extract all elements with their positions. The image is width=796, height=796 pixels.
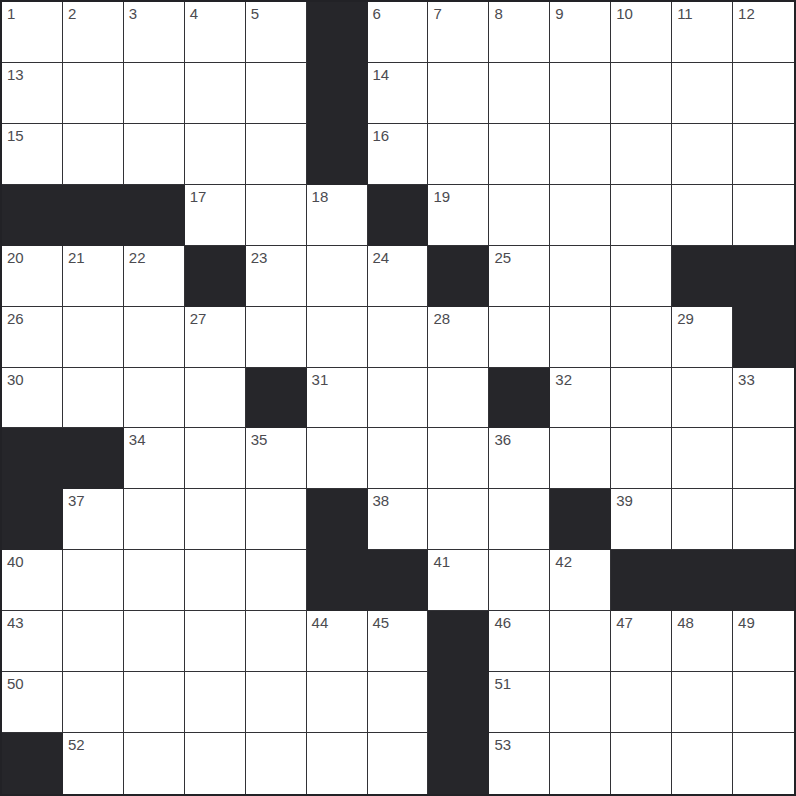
- clue-number-34: 34: [129, 432, 146, 447]
- clue-number-15: 15: [7, 128, 24, 143]
- cell-r13-c2[interactable]: 52: [63, 733, 124, 794]
- cell-r13-c12[interactable]: [672, 733, 733, 794]
- cell-r7-c3[interactable]: [124, 368, 185, 429]
- cell-r3-c9[interactable]: [489, 124, 550, 185]
- clue-number-48: 48: [677, 615, 694, 630]
- cell-r4-c4[interactable]: 17: [185, 185, 246, 246]
- cell-r1-c11[interactable]: 10: [611, 2, 672, 63]
- cell-r12-c9[interactable]: 51: [489, 672, 550, 733]
- cell-r6-c12[interactable]: 29: [672, 307, 733, 368]
- cell-r3-c13[interactable]: [733, 124, 794, 185]
- clue-number-52: 52: [68, 737, 85, 752]
- black-cell-r10-c12: [672, 550, 733, 611]
- cell-r11-c3[interactable]: [124, 611, 185, 672]
- cell-r11-c11[interactable]: 47: [611, 611, 672, 672]
- cell-r8-c12[interactable]: [672, 428, 733, 489]
- black-cell-r9-c1: [2, 489, 63, 550]
- cell-r6-c2[interactable]: [63, 307, 124, 368]
- cell-r6-c10[interactable]: [550, 307, 611, 368]
- cell-r12-c5[interactable]: [246, 672, 307, 733]
- clue-number-39: 39: [616, 493, 633, 508]
- black-cell-r7-c9: [489, 368, 550, 429]
- cell-r13-c11[interactable]: [611, 733, 672, 794]
- clue-number-13: 13: [7, 67, 24, 82]
- cell-r12-c4[interactable]: [185, 672, 246, 733]
- cell-r13-c13[interactable]: [733, 733, 794, 794]
- clue-number-42: 42: [555, 554, 572, 569]
- cell-r7-c7[interactable]: [368, 368, 429, 429]
- cell-r5-c9[interactable]: 25: [489, 246, 550, 307]
- clue-number-30: 30: [7, 372, 24, 387]
- black-cell-r10-c13: [733, 550, 794, 611]
- clue-number-43: 43: [7, 615, 24, 630]
- clue-number-23: 23: [251, 250, 268, 265]
- cell-r10-c8[interactable]: 41: [428, 550, 489, 611]
- cell-r8-c9[interactable]: 36: [489, 428, 550, 489]
- cell-r11-c9[interactable]: 46: [489, 611, 550, 672]
- cell-r13-c5[interactable]: [246, 733, 307, 794]
- cell-r8-c10[interactable]: [550, 428, 611, 489]
- cell-r2-c13[interactable]: [733, 63, 794, 124]
- cell-r4-c9[interactable]: [489, 185, 550, 246]
- cell-r1-c9[interactable]: 8: [489, 2, 550, 63]
- cell-r2-c7[interactable]: 14: [368, 63, 429, 124]
- cell-r4-c6[interactable]: 18: [307, 185, 368, 246]
- cell-r9-c9[interactable]: [489, 489, 550, 550]
- cell-r5-c6[interactable]: [307, 246, 368, 307]
- cell-r1-c13[interactable]: 12: [733, 2, 794, 63]
- cell-r8-c5[interactable]: 35: [246, 428, 307, 489]
- cell-r12-c2[interactable]: [63, 672, 124, 733]
- clue-number-31: 31: [312, 372, 329, 387]
- clue-number-38: 38: [373, 493, 390, 508]
- cell-r3-c7[interactable]: 16: [368, 124, 429, 185]
- crossword-grid: 1234567891011121314151617181920212223242…: [0, 0, 796, 796]
- black-cell-r9-c6: [307, 489, 368, 550]
- cell-r3-c3[interactable]: [124, 124, 185, 185]
- clue-number-35: 35: [251, 432, 268, 447]
- cell-r11-c12[interactable]: 48: [672, 611, 733, 672]
- clue-number-8: 8: [494, 6, 502, 21]
- cell-r10-c9[interactable]: [489, 550, 550, 611]
- cell-r4-c8[interactable]: 19: [428, 185, 489, 246]
- cell-r7-c8[interactable]: [428, 368, 489, 429]
- cell-r7-c11[interactable]: [611, 368, 672, 429]
- cell-r9-c13[interactable]: [733, 489, 794, 550]
- clue-number-6: 6: [373, 6, 381, 21]
- clue-number-21: 21: [68, 250, 85, 265]
- cell-r13-c6[interactable]: [307, 733, 368, 794]
- cell-r9-c3[interactable]: [124, 489, 185, 550]
- cell-r9-c8[interactable]: [428, 489, 489, 550]
- cell-r10-c2[interactable]: [63, 550, 124, 611]
- cell-r2-c12[interactable]: [672, 63, 733, 124]
- cell-r11-c10[interactable]: [550, 611, 611, 672]
- black-cell-r4-c3: [124, 185, 185, 246]
- cell-r12-c3[interactable]: [124, 672, 185, 733]
- cell-r6-c11[interactable]: [611, 307, 672, 368]
- clue-number-33: 33: [738, 372, 755, 387]
- clue-number-4: 4: [190, 6, 198, 21]
- cell-r3-c11[interactable]: [611, 124, 672, 185]
- cell-r9-c2[interactable]: 37: [63, 489, 124, 550]
- cell-r1-c5[interactable]: 5: [246, 2, 307, 63]
- cell-r2-c3[interactable]: [124, 63, 185, 124]
- black-cell-r5-c13: [733, 246, 794, 307]
- cell-r9-c11[interactable]: 39: [611, 489, 672, 550]
- black-cell-r8-c1: [2, 428, 63, 489]
- cell-r5-c11[interactable]: [611, 246, 672, 307]
- cell-r7-c4[interactable]: [185, 368, 246, 429]
- black-cell-r3-c6: [307, 124, 368, 185]
- cell-r5-c5[interactable]: 23: [246, 246, 307, 307]
- clue-number-47: 47: [616, 615, 633, 630]
- cell-r6-c1[interactable]: 26: [2, 307, 63, 368]
- cell-r9-c12[interactable]: [672, 489, 733, 550]
- cell-r3-c8[interactable]: [428, 124, 489, 185]
- clue-number-53: 53: [494, 737, 511, 752]
- cell-r2-c11[interactable]: [611, 63, 672, 124]
- black-cell-r6-c13: [733, 307, 794, 368]
- clue-number-24: 24: [373, 250, 390, 265]
- cell-r12-c6[interactable]: [307, 672, 368, 733]
- cell-r3-c5[interactable]: [246, 124, 307, 185]
- cell-r8-c8[interactable]: [428, 428, 489, 489]
- cell-r1-c12[interactable]: 11: [672, 2, 733, 63]
- black-cell-r2-c6: [307, 63, 368, 124]
- cell-r2-c5[interactable]: [246, 63, 307, 124]
- cell-r2-c10[interactable]: [550, 63, 611, 124]
- black-cell-r11-c8: [428, 611, 489, 672]
- cell-r8-c11[interactable]: [611, 428, 672, 489]
- cell-r7-c6[interactable]: 31: [307, 368, 368, 429]
- cell-r5-c2[interactable]: 21: [63, 246, 124, 307]
- clue-number-2: 2: [68, 6, 76, 21]
- cell-r12-c1[interactable]: 50: [2, 672, 63, 733]
- black-cell-r7-c5: [246, 368, 307, 429]
- cell-r4-c10[interactable]: [550, 185, 611, 246]
- cell-r6-c4[interactable]: 27: [185, 307, 246, 368]
- clue-number-51: 51: [494, 676, 511, 691]
- clue-number-22: 22: [129, 250, 146, 265]
- cell-r13-c4[interactable]: [185, 733, 246, 794]
- cell-r3-c10[interactable]: [550, 124, 611, 185]
- cell-r5-c3[interactable]: 22: [124, 246, 185, 307]
- cell-r8-c13[interactable]: [733, 428, 794, 489]
- cell-r1-c8[interactable]: 7: [428, 2, 489, 63]
- cell-r8-c7[interactable]: [368, 428, 429, 489]
- cell-r11-c6[interactable]: 44: [307, 611, 368, 672]
- cell-r3-c2[interactable]: [63, 124, 124, 185]
- clue-number-41: 41: [433, 554, 450, 569]
- clue-number-12: 12: [738, 6, 755, 21]
- black-cell-r10-c6: [307, 550, 368, 611]
- cell-r7-c2[interactable]: [63, 368, 124, 429]
- cell-r4-c13[interactable]: [733, 185, 794, 246]
- cell-r12-c12[interactable]: [672, 672, 733, 733]
- black-cell-r1-c6: [307, 2, 368, 63]
- cell-r9-c4[interactable]: [185, 489, 246, 550]
- cell-r5-c10[interactable]: [550, 246, 611, 307]
- cell-r3-c12[interactable]: [672, 124, 733, 185]
- black-cell-r13-c8: [428, 733, 489, 794]
- cell-r4-c12[interactable]: [672, 185, 733, 246]
- cell-r5-c1[interactable]: 20: [2, 246, 63, 307]
- black-cell-r5-c12: [672, 246, 733, 307]
- cell-r3-c4[interactable]: [185, 124, 246, 185]
- cell-r6-c6[interactable]: [307, 307, 368, 368]
- cell-r9-c7[interactable]: 38: [368, 489, 429, 550]
- black-cell-r10-c7: [368, 550, 429, 611]
- clue-number-26: 26: [7, 311, 24, 326]
- cell-r8-c3[interactable]: 34: [124, 428, 185, 489]
- cell-r8-c6[interactable]: [307, 428, 368, 489]
- clue-number-3: 3: [129, 6, 137, 21]
- clue-number-10: 10: [616, 6, 633, 21]
- cell-r13-c10[interactable]: [550, 733, 611, 794]
- clue-number-18: 18: [312, 189, 329, 204]
- cell-r11-c4[interactable]: [185, 611, 246, 672]
- black-cell-r4-c2: [63, 185, 124, 246]
- clue-number-36: 36: [494, 432, 511, 447]
- clue-number-1: 1: [7, 6, 15, 21]
- cell-r1-c2[interactable]: 2: [63, 2, 124, 63]
- black-cell-r10-c11: [611, 550, 672, 611]
- cell-r2-c2[interactable]: [63, 63, 124, 124]
- cell-r12-c13[interactable]: [733, 672, 794, 733]
- black-cell-r5-c8: [428, 246, 489, 307]
- cell-r7-c10[interactable]: 32: [550, 368, 611, 429]
- cell-r11-c2[interactable]: [63, 611, 124, 672]
- cell-r10-c1[interactable]: 40: [2, 550, 63, 611]
- black-cell-r5-c4: [185, 246, 246, 307]
- cell-r12-c11[interactable]: [611, 672, 672, 733]
- clue-number-20: 20: [7, 250, 24, 265]
- clue-number-19: 19: [433, 189, 450, 204]
- cell-r11-c5[interactable]: [246, 611, 307, 672]
- cell-r2-c1[interactable]: 13: [2, 63, 63, 124]
- cell-r8-c4[interactable]: [185, 428, 246, 489]
- cell-r13-c7[interactable]: [368, 733, 429, 794]
- cell-r2-c8[interactable]: [428, 63, 489, 124]
- cell-r7-c12[interactable]: [672, 368, 733, 429]
- cell-r7-c13[interactable]: 33: [733, 368, 794, 429]
- cell-r9-c5[interactable]: [246, 489, 307, 550]
- clue-number-16: 16: [373, 128, 390, 143]
- cell-r1-c4[interactable]: 4: [185, 2, 246, 63]
- black-cell-r12-c8: [428, 672, 489, 733]
- clue-number-29: 29: [677, 311, 694, 326]
- clue-number-14: 14: [373, 67, 390, 82]
- clue-number-40: 40: [7, 554, 24, 569]
- black-cell-r13-c1: [2, 733, 63, 794]
- black-cell-r8-c2: [63, 428, 124, 489]
- clue-number-5: 5: [251, 6, 259, 21]
- cell-r1-c7[interactable]: 6: [368, 2, 429, 63]
- cell-r10-c5[interactable]: [246, 550, 307, 611]
- clue-number-11: 11: [677, 6, 693, 21]
- cell-r6-c9[interactable]: [489, 307, 550, 368]
- clue-number-49: 49: [738, 615, 755, 630]
- cell-r10-c10[interactable]: 42: [550, 550, 611, 611]
- cell-r5-c7[interactable]: 24: [368, 246, 429, 307]
- clue-number-37: 37: [68, 493, 85, 508]
- cell-r6-c7[interactable]: [368, 307, 429, 368]
- cell-r4-c5[interactable]: [246, 185, 307, 246]
- cell-r7-c1[interactable]: 30: [2, 368, 63, 429]
- clue-number-46: 46: [494, 615, 511, 630]
- clue-number-50: 50: [7, 676, 24, 691]
- cell-r12-c10[interactable]: [550, 672, 611, 733]
- cell-r3-c1[interactable]: 15: [2, 124, 63, 185]
- cell-r10-c3[interactable]: [124, 550, 185, 611]
- black-cell-r9-c10: [550, 489, 611, 550]
- clue-number-28: 28: [433, 311, 450, 326]
- clue-number-25: 25: [494, 250, 511, 265]
- clue-number-45: 45: [373, 615, 390, 630]
- clue-number-27: 27: [190, 311, 207, 326]
- clue-number-17: 17: [190, 189, 207, 204]
- cell-r10-c4[interactable]: [185, 550, 246, 611]
- clue-number-7: 7: [433, 6, 441, 21]
- cell-r1-c1[interactable]: 1: [2, 2, 63, 63]
- cell-r13-c9[interactable]: 53: [489, 733, 550, 794]
- cell-r12-c7[interactable]: [368, 672, 429, 733]
- cell-r2-c4[interactable]: [185, 63, 246, 124]
- cell-r13-c3[interactable]: [124, 733, 185, 794]
- cell-r6-c8[interactable]: 28: [428, 307, 489, 368]
- clue-number-32: 32: [555, 372, 572, 387]
- cell-r11-c7[interactable]: 45: [368, 611, 429, 672]
- cell-r1-c3[interactable]: 3: [124, 2, 185, 63]
- cell-r6-c3[interactable]: [124, 307, 185, 368]
- cell-r1-c10[interactable]: 9: [550, 2, 611, 63]
- cell-r11-c13[interactable]: 49: [733, 611, 794, 672]
- cell-r4-c11[interactable]: [611, 185, 672, 246]
- clue-number-9: 9: [555, 6, 563, 21]
- black-cell-r4-c7: [368, 185, 429, 246]
- cell-r2-c9[interactable]: [489, 63, 550, 124]
- clue-number-44: 44: [312, 615, 329, 630]
- black-cell-r4-c1: [2, 185, 63, 246]
- cell-r11-c1[interactable]: 43: [2, 611, 63, 672]
- cell-r6-c5[interactable]: [246, 307, 307, 368]
